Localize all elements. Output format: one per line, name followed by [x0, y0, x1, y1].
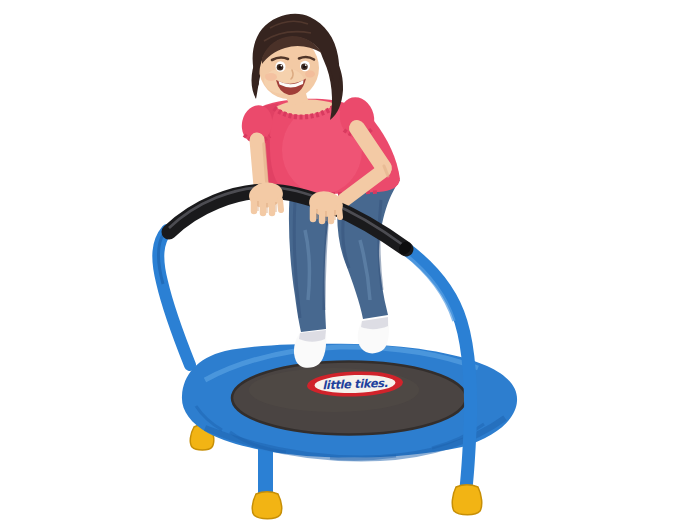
logo-text: little tikes.	[322, 376, 388, 392]
right-foot	[452, 485, 481, 515]
front-foot	[252, 492, 281, 519]
left-eye	[276, 61, 286, 72]
product-photo: little tikes.	[0, 0, 700, 525]
right-blush	[305, 71, 315, 78]
scene-canvas: little tikes.	[0, 0, 700, 525]
left-blush	[265, 73, 277, 81]
left-forearm	[257, 140, 261, 186]
right-eye	[300, 61, 310, 72]
